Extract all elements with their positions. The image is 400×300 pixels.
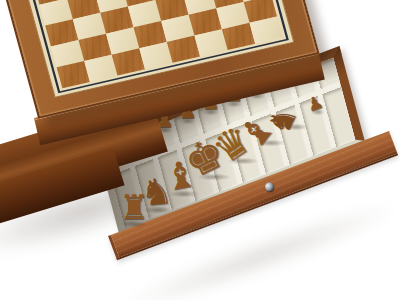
- board-square[interactable]: [250, 16, 283, 43]
- drawer-knob[interactable]: [264, 181, 276, 193]
- compartment-back-3[interactable]: [174, 112, 199, 143]
- chess-set-photo: ♟♟♟♟♟♟♟♜♞♝♚♛♝♞♟: [0, 0, 400, 300]
